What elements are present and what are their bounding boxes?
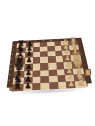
square: ♟ — [66, 81, 76, 88]
rank-label: 7 — [12, 49, 14, 51]
square: ♜ — [12, 84, 24, 91]
board-grid: ♜♟♟♜♞♟♟♞♝♟♟♝♛♟♟♛♚♟♟♚♝♟♟♝♞♟♟♞♜♟♟♜ — [13, 40, 86, 83]
rank-label: 2 — [9, 74, 11, 76]
square — [49, 82, 58, 89]
white-pawn: ♟ — [68, 81, 75, 89]
chessboard: abcdefgh abcdefgh 87654321 ♜♟♟♜♞♟♟♞♝♟♟♝♛… — [7, 38, 92, 88]
rank-label: 1 — [8, 80, 10, 82]
square: ♜ — [75, 81, 87, 88]
rank-label: 3 — [10, 69, 12, 71]
rank-label: 6 — [11, 54, 13, 56]
square — [32, 83, 41, 90]
black-pawn: ♟ — [24, 83, 31, 91]
chessboard-scene: abcdefgh abcdefgh 87654321 ♜♟♟♜♞♟♟♞♝♟♟♝♛… — [6, 12, 90, 116]
white-rook: ♜ — [77, 78, 86, 88]
square: ♟ — [23, 83, 32, 90]
square — [58, 82, 67, 89]
rank-label: 4 — [10, 63, 12, 65]
square — [41, 83, 50, 90]
black-rook: ♜ — [13, 81, 22, 91]
product-photo: abcdefgh abcdefgh 87654321 ♜♟♟♜♞♟♟♞♝♟♟♝♛… — [0, 0, 95, 126]
rank-label: 5 — [11, 59, 13, 61]
square — [32, 77, 41, 84]
hinge-knob — [85, 69, 91, 76]
rank-label: 8 — [13, 45, 15, 47]
